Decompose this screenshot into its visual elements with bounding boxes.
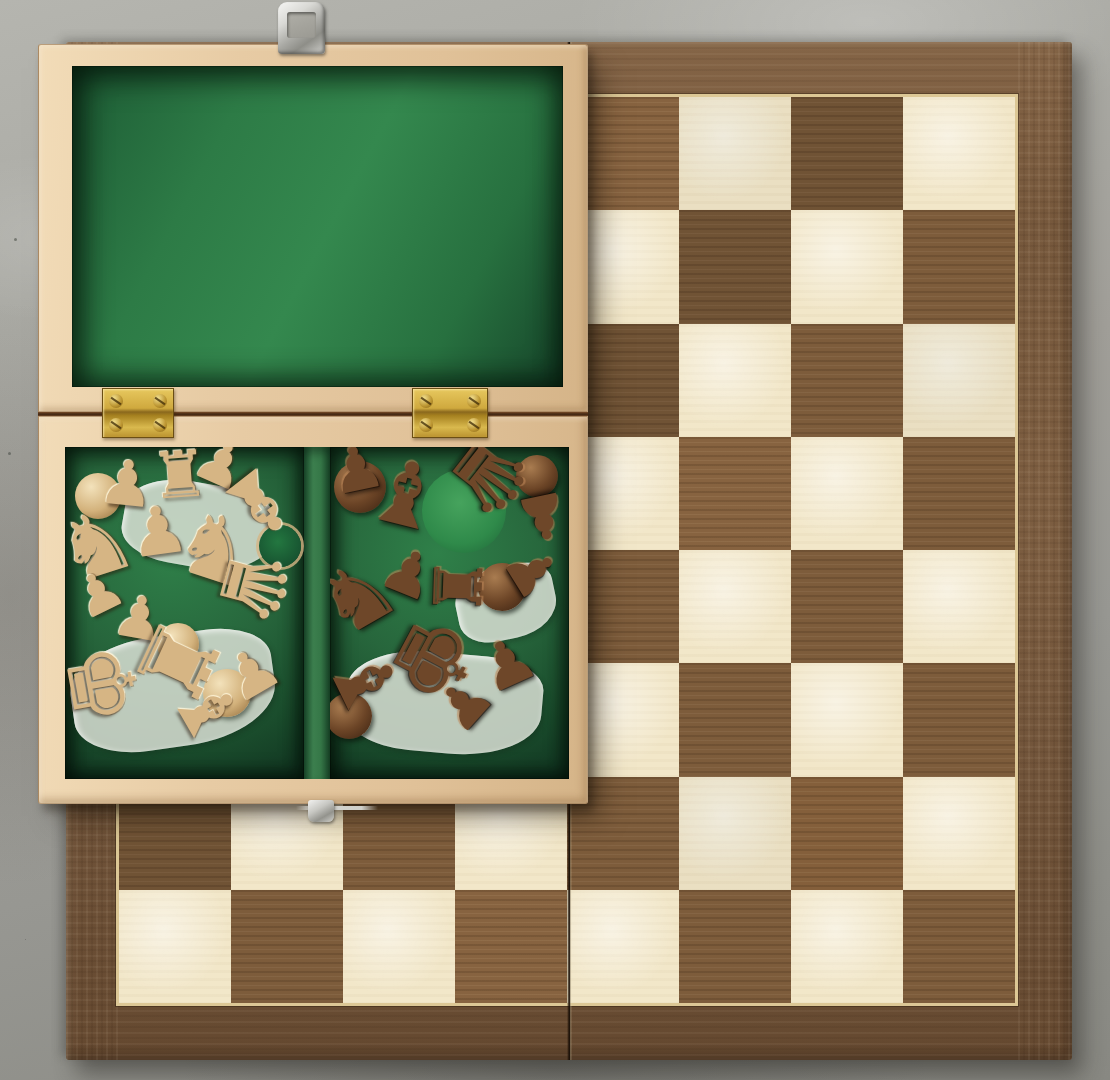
box-lid: [38, 44, 588, 412]
piece-tray: ♟♜♟♝♞♟♞♛♟♟♜♚♟♝ ♟♝♛♟♞♟♜♟♚♝♟♟: [65, 447, 569, 779]
latch-catch-icon: [308, 800, 334, 822]
square-h3: [903, 663, 1015, 776]
square-g3: [791, 663, 903, 776]
square-g5: [791, 437, 903, 550]
square-c1: [343, 890, 455, 1003]
brass-hinge-right: [412, 388, 488, 438]
square-g6: [791, 324, 903, 437]
square-h1: [903, 890, 1015, 1003]
screw-icon: [153, 418, 167, 432]
square-g2: [791, 777, 903, 890]
chess-piece-rook-dark: ♜: [422, 555, 490, 616]
square-h8: [903, 97, 1015, 210]
brass-hinge-left: [102, 388, 174, 438]
screw-icon: [109, 394, 123, 408]
screw-icon: [419, 418, 433, 432]
chess-piece-king-light: ♚: [65, 636, 153, 731]
square-d1: [455, 890, 567, 1003]
square-f7: [679, 210, 791, 323]
screw-icon: [467, 394, 481, 408]
square-h6: [903, 324, 1015, 437]
lid-felt-lining: [72, 66, 563, 387]
compartment-divider: [304, 447, 330, 779]
square-g4: [791, 550, 903, 663]
square-g1: [791, 890, 903, 1003]
screw-icon: [153, 394, 167, 408]
square-h7: [903, 210, 1015, 323]
scene: ♟♜♟♝♞♟♞♛♟♟♜♚♟♝ ♟♝♛♟♞♟♜♟♚♝♟♟: [0, 0, 1110, 1080]
square-g8: [791, 97, 903, 210]
compartment-light-pieces: ♟♜♟♝♞♟♞♛♟♟♜♚♟♝: [65, 447, 304, 779]
square-e1: [567, 890, 679, 1003]
board-frame-right: [1018, 42, 1072, 1060]
square-a1: [119, 890, 231, 1003]
square-f8: [679, 97, 791, 210]
square-f6: [679, 324, 791, 437]
screw-icon: [419, 394, 433, 408]
square-g7: [791, 210, 903, 323]
square-h4: [903, 550, 1015, 663]
square-h2: [903, 777, 1015, 890]
square-b1: [231, 890, 343, 1003]
clasp-hole: [287, 12, 316, 38]
square-f5: [679, 437, 791, 550]
floor-speck: [14, 238, 17, 241]
square-f4: [679, 550, 791, 663]
compartment-dark-pieces: ♟♝♛♟♞♟♜♟♚♝♟♟: [330, 447, 569, 779]
chess-piece-box: ♟♜♟♝♞♟♞♛♟♟♜♚♟♝ ♟♝♛♟♞♟♜♟♚♝♟♟: [38, 44, 588, 804]
square-f3: [679, 663, 791, 776]
clasp-hasp-icon: [278, 2, 325, 54]
box-base: ♟♜♟♝♞♟♞♛♟♟♜♚♟♝ ♟♝♛♟♞♟♜♟♚♝♟♟: [38, 416, 588, 804]
square-h5: [903, 437, 1015, 550]
square-f1: [679, 890, 791, 1003]
screw-icon: [109, 418, 123, 432]
screw-icon: [467, 418, 481, 432]
square-f2: [679, 777, 791, 890]
